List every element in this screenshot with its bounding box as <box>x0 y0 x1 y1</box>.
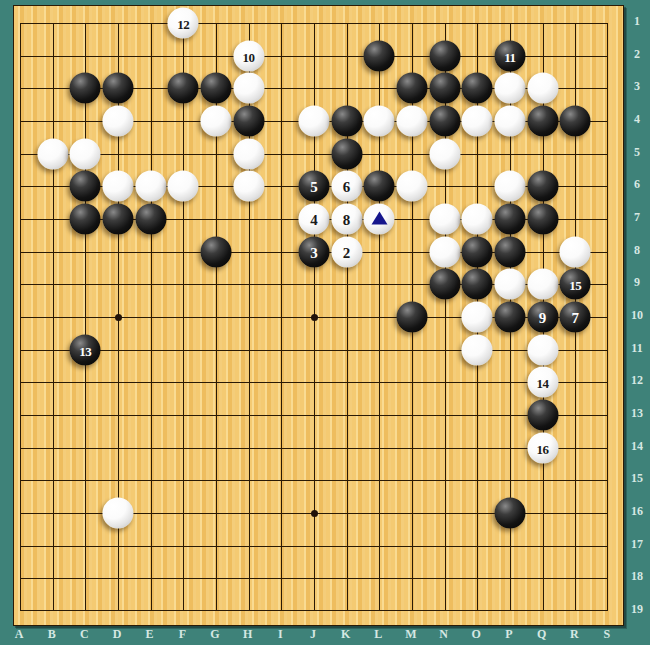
white-stone-J7-move-4: 4 <box>298 203 329 234</box>
black-stone-G3 <box>200 73 231 104</box>
grid-cell <box>281 56 314 89</box>
grid-cell <box>575 513 608 546</box>
grid-cell <box>20 448 53 481</box>
white-stone-O10 <box>462 301 493 332</box>
grid-cell <box>53 546 86 579</box>
black-stone-G8 <box>200 236 231 267</box>
white-stone-P4 <box>494 105 525 136</box>
black-stone-O9 <box>462 269 493 300</box>
grid-cell <box>477 578 510 611</box>
grid-cell <box>85 252 118 285</box>
grid-cell <box>118 578 151 611</box>
black-stone-L6 <box>364 171 395 202</box>
grid-cell <box>118 252 151 285</box>
row-label-16: 16 <box>625 504 649 519</box>
grid-cell <box>183 350 216 383</box>
grid-cell <box>216 513 249 546</box>
black-stone-Q13 <box>527 399 558 430</box>
grid-cell <box>575 186 608 219</box>
grid-cell <box>314 382 347 415</box>
white-stone-D4 <box>102 105 133 136</box>
grid-cell <box>85 578 118 611</box>
column-label-H: H <box>238 627 258 642</box>
grid-cell <box>85 415 118 448</box>
grid-cell <box>151 578 184 611</box>
white-stone-E6 <box>135 171 166 202</box>
black-stone-R10-move-7: 7 <box>560 301 591 332</box>
white-stone-Q9 <box>527 269 558 300</box>
white-stone-O7 <box>462 203 493 234</box>
grid-cell <box>53 252 86 285</box>
black-stone-P8 <box>494 236 525 267</box>
grid-cell <box>543 480 576 513</box>
grid-cell <box>510 546 543 579</box>
grid-cell <box>379 350 412 383</box>
grid-cell <box>53 415 86 448</box>
black-stone-J8-move-3: 3 <box>298 236 329 267</box>
triangle-marker-icon <box>371 212 387 225</box>
grid-cell <box>314 350 347 383</box>
grid-cell <box>151 546 184 579</box>
grid-cell <box>477 382 510 415</box>
grid-cell <box>314 317 347 350</box>
grid-cell <box>249 415 282 448</box>
grid-cell <box>216 415 249 448</box>
grid-cell <box>314 578 347 611</box>
grid-cell <box>249 546 282 579</box>
white-stone-N8 <box>429 236 460 267</box>
grid-cell <box>445 546 478 579</box>
column-label-L: L <box>368 627 388 642</box>
grid-cell <box>249 350 282 383</box>
grid-cell <box>347 317 380 350</box>
grid-cell <box>118 350 151 383</box>
grid-cell <box>20 415 53 448</box>
grid-cell <box>20 88 53 121</box>
row-label-18: 18 <box>625 569 649 584</box>
row-label-6: 6 <box>625 177 649 192</box>
row-label-13: 13 <box>625 406 649 421</box>
move-number-label: 11 <box>504 49 515 64</box>
grid-cell <box>183 317 216 350</box>
column-label-I: I <box>270 627 290 642</box>
row-label-5: 5 <box>625 145 649 160</box>
grid-cell <box>249 252 282 285</box>
grid-cell <box>53 23 86 56</box>
grid-cell <box>347 546 380 579</box>
grid-cell <box>445 382 478 415</box>
grid-cell <box>347 415 380 448</box>
row-label-14: 14 <box>625 439 649 454</box>
grid-cell <box>53 578 86 611</box>
white-stone-J4 <box>298 105 329 136</box>
grid-cell <box>216 578 249 611</box>
black-stone-D7 <box>102 203 133 234</box>
black-stone-C11-move-13: 13 <box>70 334 101 365</box>
row-label-19: 19 <box>625 602 649 617</box>
grid-cell <box>347 578 380 611</box>
white-stone-N7 <box>429 203 460 234</box>
move-number-label: 9 <box>539 309 547 325</box>
grid-cell <box>249 219 282 252</box>
grid-cell <box>183 513 216 546</box>
grid-cell <box>216 448 249 481</box>
grid-cell <box>249 382 282 415</box>
grid-cell <box>85 284 118 317</box>
grid-cell <box>575 546 608 579</box>
row-label-8: 8 <box>625 243 649 258</box>
white-stone-O4 <box>462 105 493 136</box>
black-stone-J6-move-5: 5 <box>298 171 329 202</box>
column-label-N: N <box>434 627 454 642</box>
grid-cell <box>445 448 478 481</box>
grid-cell <box>118 284 151 317</box>
grid-cell <box>53 480 86 513</box>
move-number-label: 7 <box>571 309 579 325</box>
grid-cell <box>118 448 151 481</box>
row-label-7: 7 <box>625 210 649 225</box>
go-viewer-background: { "game": "go", "board": { "size": 19, "… <box>0 0 650 645</box>
row-label-2: 2 <box>625 47 649 62</box>
grid-cell <box>281 317 314 350</box>
grid-cell <box>281 546 314 579</box>
column-label-E: E <box>140 627 160 642</box>
grid-cell <box>183 448 216 481</box>
grid-cell <box>249 448 282 481</box>
column-label-J: J <box>303 627 323 642</box>
move-number-label: 5 <box>310 179 318 195</box>
grid-cell <box>575 382 608 415</box>
white-stone-M4 <box>396 105 427 136</box>
grid-cell <box>249 578 282 611</box>
column-label-R: R <box>564 627 584 642</box>
grid-cell <box>151 513 184 546</box>
grid-cell <box>281 480 314 513</box>
white-stone-Q11 <box>527 334 558 365</box>
white-stone-F6 <box>168 171 199 202</box>
white-stone-L4 <box>364 105 395 136</box>
grid-cell <box>543 23 576 56</box>
grid-cell <box>183 382 216 415</box>
grid-cell <box>183 578 216 611</box>
grid-cell <box>314 480 347 513</box>
black-stone-P10 <box>494 301 525 332</box>
white-stone-H6 <box>233 171 264 202</box>
white-stone-O11 <box>462 334 493 365</box>
white-stone-P3 <box>494 73 525 104</box>
grid-cell <box>314 513 347 546</box>
grid-cell <box>314 23 347 56</box>
row-label-9: 9 <box>625 275 649 290</box>
grid-cell <box>20 23 53 56</box>
grid-cell <box>379 448 412 481</box>
white-stone-H5 <box>233 138 264 169</box>
row-label-11: 11 <box>625 341 649 356</box>
grid-cell <box>20 382 53 415</box>
grid-cell <box>379 578 412 611</box>
black-stone-R4 <box>560 105 591 136</box>
grid-cell <box>20 578 53 611</box>
white-stone-D16 <box>102 497 133 528</box>
grid-cell <box>412 350 445 383</box>
white-stone-K7-move-8: 8 <box>331 203 362 234</box>
white-stone-P6 <box>494 171 525 202</box>
row-label-10: 10 <box>625 308 649 323</box>
grid-cell <box>445 578 478 611</box>
grid-cell <box>281 415 314 448</box>
move-number-label: 2 <box>343 244 351 260</box>
grid-cell <box>118 317 151 350</box>
white-stone-C5 <box>70 138 101 169</box>
grid-cell <box>575 350 608 383</box>
black-stone-N4 <box>429 105 460 136</box>
column-label-O: O <box>466 627 486 642</box>
white-stone-Q3 <box>527 73 558 104</box>
black-stone-M10 <box>396 301 427 332</box>
grid-cell <box>151 121 184 154</box>
grid-cell <box>20 513 53 546</box>
grid-cell <box>575 578 608 611</box>
grid-cell <box>183 284 216 317</box>
grid-cell <box>347 382 380 415</box>
grid-cell <box>445 513 478 546</box>
column-label-C: C <box>74 627 94 642</box>
grid-cell <box>575 23 608 56</box>
grid-cell <box>249 317 282 350</box>
white-stone-M6 <box>396 171 427 202</box>
grid-cell <box>575 154 608 187</box>
black-stone-Q7 <box>527 203 558 234</box>
grid-cell <box>412 415 445 448</box>
grid-cell <box>216 317 249 350</box>
black-stone-O8 <box>462 236 493 267</box>
white-stone-K6-move-6: 6 <box>331 171 362 202</box>
black-stone-N9 <box>429 269 460 300</box>
go-board[interactable]: 1210115648321597131416 <box>13 5 624 626</box>
grid-cell <box>281 382 314 415</box>
grid-cell <box>347 448 380 481</box>
row-label-12: 12 <box>625 373 649 388</box>
grid-cell <box>412 578 445 611</box>
row-label-1: 1 <box>625 14 649 29</box>
row-label-4: 4 <box>625 112 649 127</box>
white-stone-L7 <box>364 203 395 234</box>
grid-cell <box>118 382 151 415</box>
grid-cell <box>379 415 412 448</box>
grid-cell <box>379 513 412 546</box>
move-number-label: 13 <box>79 343 91 358</box>
grid-cell <box>281 284 314 317</box>
grid-cell <box>53 448 86 481</box>
column-label-K: K <box>336 627 356 642</box>
move-number-label: 8 <box>343 211 351 227</box>
grid-cell <box>543 513 576 546</box>
move-number-label: 15 <box>569 278 581 293</box>
column-label-Q: Q <box>532 627 552 642</box>
black-stone-D3 <box>102 73 133 104</box>
grid-cell <box>314 56 347 89</box>
white-stone-N5 <box>429 138 460 169</box>
grid-cell <box>477 546 510 579</box>
grid-cell <box>412 546 445 579</box>
grid-cell <box>347 480 380 513</box>
black-stone-H4 <box>233 105 264 136</box>
grid-cell <box>314 284 347 317</box>
black-stone-L2 <box>364 40 395 71</box>
grid-cell <box>575 56 608 89</box>
black-stone-C6 <box>70 171 101 202</box>
black-stone-E7 <box>135 203 166 234</box>
white-stone-B5 <box>37 138 68 169</box>
black-stone-Q4 <box>527 105 558 136</box>
grid-cell <box>249 480 282 513</box>
grid-cell <box>347 513 380 546</box>
white-stone-K8-move-2: 2 <box>331 236 362 267</box>
grid-cell <box>347 284 380 317</box>
grid-cell <box>151 317 184 350</box>
row-label-15: 15 <box>625 471 649 486</box>
grid-cell <box>20 546 53 579</box>
black-stone-F3 <box>168 73 199 104</box>
black-stone-N2 <box>429 40 460 71</box>
grid-cell <box>543 546 576 579</box>
grid-cell <box>183 415 216 448</box>
grid-cell <box>281 448 314 481</box>
black-stone-K5 <box>331 138 362 169</box>
grid-cell <box>118 23 151 56</box>
white-stone-P9 <box>494 269 525 300</box>
white-stone-D6 <box>102 171 133 202</box>
column-label-P: P <box>499 627 519 642</box>
grid-cell <box>249 513 282 546</box>
move-number-label: 3 <box>310 244 318 260</box>
grid-cell <box>151 252 184 285</box>
grid-cell <box>183 480 216 513</box>
grid-cell <box>412 448 445 481</box>
grid-cell <box>151 448 184 481</box>
grid-cell <box>151 382 184 415</box>
grid-cell <box>379 480 412 513</box>
white-stone-Q12-move-14: 14 <box>527 367 558 398</box>
grid-cell <box>445 415 478 448</box>
grid-cell <box>379 546 412 579</box>
grid-cell <box>216 350 249 383</box>
grid-cell <box>412 382 445 415</box>
white-stone-H2-move-10: 10 <box>233 40 264 71</box>
grid-cell <box>445 480 478 513</box>
column-label-A: A <box>9 627 29 642</box>
grid-cell <box>216 284 249 317</box>
column-label-D: D <box>107 627 127 642</box>
black-stone-M3 <box>396 73 427 104</box>
grid-cell <box>575 415 608 448</box>
grid-cell <box>85 546 118 579</box>
grid-cell <box>20 317 53 350</box>
grid-cell <box>314 546 347 579</box>
grid-cell <box>20 284 53 317</box>
grid-cell <box>20 219 53 252</box>
grid-cell <box>216 382 249 415</box>
grid-cell <box>20 480 53 513</box>
grid-cell <box>151 480 184 513</box>
white-stone-F1-move-12: 12 <box>168 8 199 39</box>
black-stone-P16 <box>494 497 525 528</box>
white-stone-Q14-move-16: 16 <box>527 432 558 463</box>
grid-cell <box>379 382 412 415</box>
grid-cell <box>281 578 314 611</box>
column-label-M: M <box>401 627 421 642</box>
black-stone-P7 <box>494 203 525 234</box>
grid-cell <box>53 382 86 415</box>
grid-cell <box>281 350 314 383</box>
grid-cell <box>379 252 412 285</box>
grid-cell <box>412 513 445 546</box>
grid-cell <box>53 284 86 317</box>
black-stone-Q10-move-9: 9 <box>527 301 558 332</box>
grid-cell <box>20 350 53 383</box>
grid-cell <box>151 415 184 448</box>
black-stone-P2-move-11: 11 <box>494 40 525 71</box>
row-label-3: 3 <box>625 79 649 94</box>
grid-cell <box>216 546 249 579</box>
grid-cell <box>543 578 576 611</box>
row-label-17: 17 <box>625 537 649 552</box>
column-label-B: B <box>42 627 62 642</box>
grid-cell <box>347 350 380 383</box>
grid-cell <box>85 382 118 415</box>
grid-cell <box>575 480 608 513</box>
black-stone-N3 <box>429 73 460 104</box>
white-stone-G4 <box>200 105 231 136</box>
white-stone-R8 <box>560 236 591 267</box>
black-stone-K4 <box>331 105 362 136</box>
move-number-label: 14 <box>537 376 549 391</box>
grid-cell <box>477 415 510 448</box>
grid-cell <box>412 480 445 513</box>
column-label-G: G <box>205 627 225 642</box>
grid-cell <box>20 186 53 219</box>
black-stone-C3 <box>70 73 101 104</box>
grid-cell <box>118 415 151 448</box>
move-number-label: 6 <box>343 179 351 195</box>
grid-cell <box>183 546 216 579</box>
move-number-label: 12 <box>177 17 189 32</box>
grid-cell <box>477 448 510 481</box>
grid-cell <box>314 448 347 481</box>
white-stone-H3 <box>233 73 264 104</box>
grid-cell <box>85 23 118 56</box>
star-point-J10 <box>311 314 318 321</box>
star-point-J16 <box>311 510 318 517</box>
black-stone-R9-move-15: 15 <box>560 269 591 300</box>
column-label-S: S <box>597 627 617 642</box>
star-point-D10 <box>115 314 122 321</box>
grid-cell <box>216 480 249 513</box>
grid-cell <box>510 578 543 611</box>
black-stone-O3 <box>462 73 493 104</box>
grid-cell <box>281 23 314 56</box>
grid-cell <box>151 350 184 383</box>
grid-cell <box>151 284 184 317</box>
grid-cell <box>249 284 282 317</box>
grid-cell <box>20 252 53 285</box>
grid-cell <box>53 513 86 546</box>
grid-cell <box>281 513 314 546</box>
column-label-F: F <box>172 627 192 642</box>
grid-cell <box>20 56 53 89</box>
move-number-label: 4 <box>310 211 318 227</box>
move-number-label: 16 <box>537 441 549 456</box>
